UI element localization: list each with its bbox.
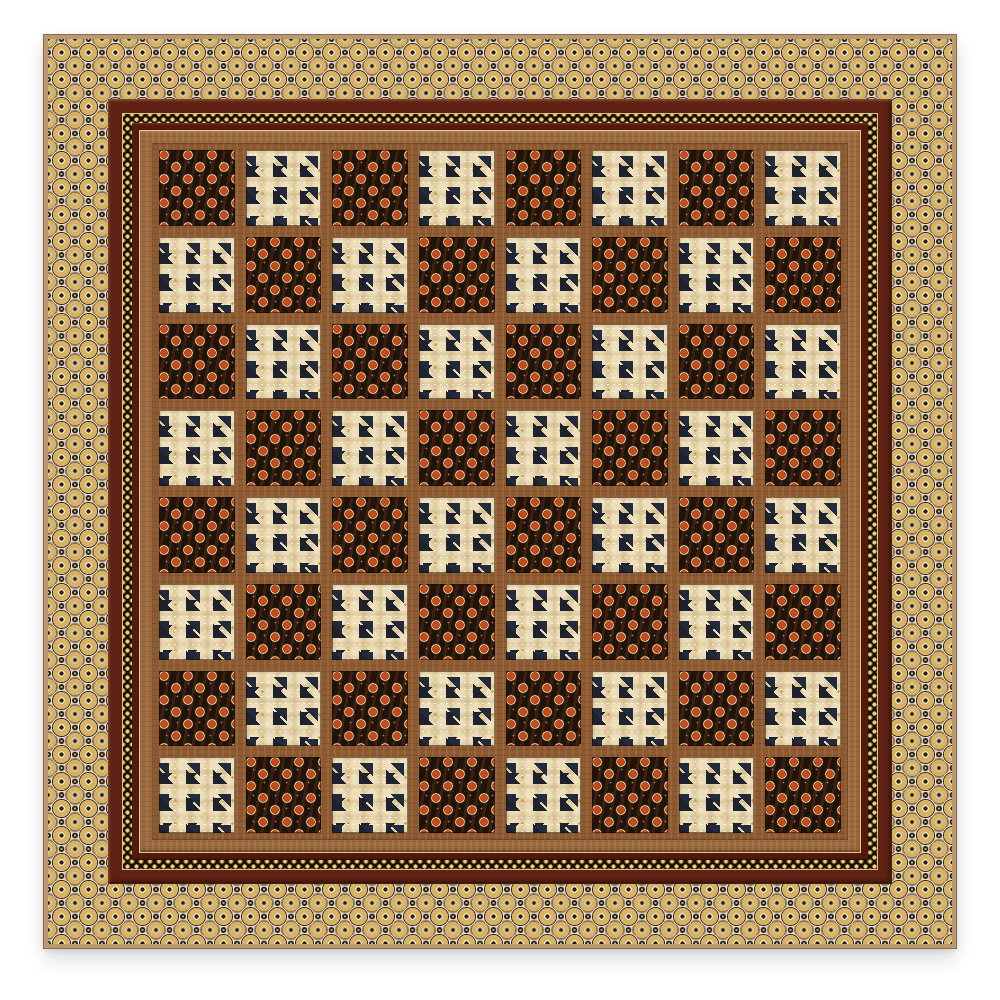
square-d8[interactable] bbox=[419, 150, 495, 226]
square-e2[interactable] bbox=[506, 671, 582, 747]
square-b4[interactable] bbox=[246, 497, 322, 573]
square-f4[interactable] bbox=[592, 497, 668, 573]
square-e3[interactable] bbox=[506, 584, 582, 660]
square-c4[interactable] bbox=[332, 497, 408, 573]
square-e4[interactable] bbox=[506, 497, 582, 573]
square-a5[interactable] bbox=[159, 410, 235, 486]
chessboard bbox=[44, 35, 956, 948]
square-e5[interactable] bbox=[506, 410, 582, 486]
square-d3[interactable] bbox=[419, 584, 495, 660]
square-d5[interactable] bbox=[419, 410, 495, 486]
square-f8[interactable] bbox=[592, 150, 668, 226]
square-g3[interactable] bbox=[679, 584, 755, 660]
square-a7[interactable] bbox=[159, 237, 235, 313]
square-b8[interactable] bbox=[246, 150, 322, 226]
square-f3[interactable] bbox=[592, 584, 668, 660]
square-g1[interactable] bbox=[679, 757, 755, 833]
square-e7[interactable] bbox=[506, 237, 582, 313]
square-c2[interactable] bbox=[332, 671, 408, 747]
square-c6[interactable] bbox=[332, 324, 408, 400]
square-b7[interactable] bbox=[246, 237, 322, 313]
square-c5[interactable] bbox=[332, 410, 408, 486]
square-g7[interactable] bbox=[679, 237, 755, 313]
square-c8[interactable] bbox=[332, 150, 408, 226]
inner-wood-frame bbox=[139, 130, 861, 853]
square-d6[interactable] bbox=[419, 324, 495, 400]
square-h4[interactable] bbox=[765, 497, 841, 573]
square-f1[interactable] bbox=[592, 757, 668, 833]
square-b3[interactable] bbox=[246, 584, 322, 660]
square-h8[interactable] bbox=[765, 150, 841, 226]
square-a4[interactable] bbox=[159, 497, 235, 573]
square-f2[interactable] bbox=[592, 671, 668, 747]
board-grid bbox=[152, 143, 848, 840]
square-f5[interactable] bbox=[592, 410, 668, 486]
square-g6[interactable] bbox=[679, 324, 755, 400]
square-h5[interactable] bbox=[765, 410, 841, 486]
square-g4[interactable] bbox=[679, 497, 755, 573]
square-c3[interactable] bbox=[332, 584, 408, 660]
square-h6[interactable] bbox=[765, 324, 841, 400]
square-d2[interactable] bbox=[419, 671, 495, 747]
square-c1[interactable] bbox=[332, 757, 408, 833]
square-a3[interactable] bbox=[159, 584, 235, 660]
square-h2[interactable] bbox=[765, 671, 841, 747]
square-f7[interactable] bbox=[592, 237, 668, 313]
square-d1[interactable] bbox=[419, 757, 495, 833]
square-a2[interactable] bbox=[159, 671, 235, 747]
square-h3[interactable] bbox=[765, 584, 841, 660]
outer-maroon-frame bbox=[108, 99, 892, 884]
square-h1[interactable] bbox=[765, 757, 841, 833]
square-b6[interactable] bbox=[246, 324, 322, 400]
square-e6[interactable] bbox=[506, 324, 582, 400]
square-b2[interactable] bbox=[246, 671, 322, 747]
gold-chain-band bbox=[122, 113, 878, 870]
square-a6[interactable] bbox=[159, 324, 235, 400]
square-b1[interactable] bbox=[246, 757, 322, 833]
square-g8[interactable] bbox=[679, 150, 755, 226]
square-g2[interactable] bbox=[679, 671, 755, 747]
square-a1[interactable] bbox=[159, 757, 235, 833]
square-a8[interactable] bbox=[159, 150, 235, 226]
square-b5[interactable] bbox=[246, 410, 322, 486]
square-e1[interactable] bbox=[506, 757, 582, 833]
square-e8[interactable] bbox=[506, 150, 582, 226]
square-c7[interactable] bbox=[332, 237, 408, 313]
square-d4[interactable] bbox=[419, 497, 495, 573]
square-g5[interactable] bbox=[679, 410, 755, 486]
square-d7[interactable] bbox=[419, 237, 495, 313]
square-h7[interactable] bbox=[765, 237, 841, 313]
inner-maroon-frame bbox=[132, 123, 868, 860]
square-f6[interactable] bbox=[592, 324, 668, 400]
